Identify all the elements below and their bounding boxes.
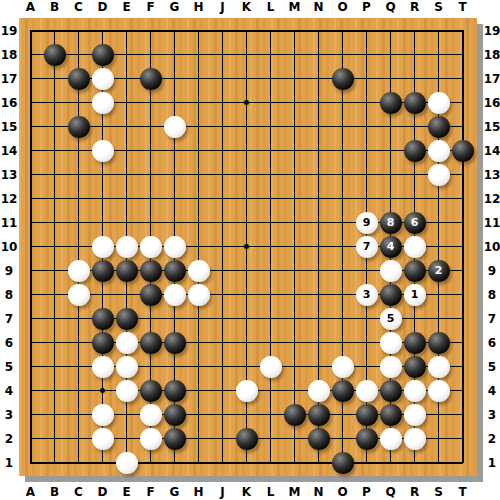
row-label-17-left: 17 (0, 72, 18, 86)
column-label-B: B (44, 485, 66, 499)
white-stone-D16[interactable] (92, 92, 114, 114)
black-stone-R5[interactable] (404, 356, 426, 378)
row-label-4-left: 4 (0, 384, 18, 398)
column-label-L: L (260, 485, 282, 499)
white-stone-L5[interactable] (260, 356, 282, 378)
column-label-N: N (308, 0, 330, 14)
black-stone-S6[interactable] (428, 332, 450, 354)
column-label-Q: Q (380, 485, 402, 499)
go-board[interactable]: 986742315 (19, 18, 477, 476)
star-point-K16 (244, 100, 249, 105)
row-label-19-left: 19 (0, 24, 18, 38)
column-label-O: O (332, 0, 354, 14)
white-stone-S5[interactable] (428, 356, 450, 378)
white-stone-G8[interactable] (164, 284, 186, 306)
black-stone-O4[interactable] (332, 380, 354, 402)
black-stone-Q3[interactable] (380, 404, 402, 426)
grid-line-vertical (462, 30, 464, 463)
white-stone-D5[interactable] (92, 356, 114, 378)
column-label-P: P (356, 485, 378, 499)
white-stone-F2[interactable] (140, 428, 162, 450)
row-label-14-left: 14 (0, 144, 18, 158)
column-label-M: M (284, 485, 306, 499)
column-label-A: A (20, 485, 42, 499)
column-label-O: O (332, 485, 354, 499)
white-stone-C9[interactable] (68, 260, 90, 282)
row-label-3-left: 3 (0, 408, 18, 422)
row-label-15-right: 15 (483, 120, 500, 134)
black-stone-Q4[interactable] (380, 380, 402, 402)
white-stone-Q7-move-5[interactable]: 5 (380, 308, 402, 330)
row-label-5-right: 5 (483, 360, 500, 374)
star-point-D4 (100, 388, 105, 393)
white-stone-E4[interactable] (116, 380, 138, 402)
black-stone-D6[interactable] (92, 332, 114, 354)
row-label-8-right: 8 (483, 288, 500, 302)
column-label-A: A (20, 0, 42, 14)
black-stone-R6[interactable] (404, 332, 426, 354)
row-label-6-left: 6 (0, 336, 18, 350)
row-label-19-right: 19 (483, 24, 500, 38)
row-label-13-left: 13 (0, 168, 18, 182)
black-stone-R11-move-6[interactable]: 6 (404, 212, 426, 234)
black-stone-E9[interactable] (116, 260, 138, 282)
black-stone-D18[interactable] (92, 44, 114, 66)
white-stone-D2[interactable] (92, 428, 114, 450)
row-label-11-right: 11 (483, 216, 500, 230)
white-stone-D3[interactable] (92, 404, 114, 426)
row-label-13-right: 13 (483, 168, 500, 182)
black-stone-K2[interactable] (236, 428, 258, 450)
row-label-11-left: 11 (0, 216, 18, 230)
row-label-4-right: 4 (483, 384, 500, 398)
row-label-12-right: 12 (483, 192, 500, 206)
black-stone-R14[interactable] (404, 140, 426, 162)
white-stone-F10[interactable] (140, 236, 162, 258)
column-label-T: T (452, 0, 474, 14)
column-label-E: E (116, 485, 138, 499)
column-label-H: H (188, 0, 210, 14)
black-stone-P2[interactable] (356, 428, 378, 450)
black-stone-N2[interactable] (308, 428, 330, 450)
white-stone-O5[interactable] (332, 356, 354, 378)
black-stone-C15[interactable] (68, 116, 90, 138)
black-stone-D9[interactable] (92, 260, 114, 282)
column-label-F: F (140, 485, 162, 499)
black-stone-Q8[interactable] (380, 284, 402, 306)
row-label-16-left: 16 (0, 96, 18, 110)
column-label-L: L (260, 0, 282, 14)
white-stone-Q2[interactable] (380, 428, 402, 450)
white-stone-R10[interactable] (404, 236, 426, 258)
white-stone-R2[interactable] (404, 428, 426, 450)
white-stone-Q6[interactable] (380, 332, 402, 354)
column-label-S: S (428, 485, 450, 499)
column-label-H: H (188, 485, 210, 499)
black-stone-D7[interactable] (92, 308, 114, 330)
row-label-9-right: 9 (483, 264, 500, 278)
column-label-M: M (284, 0, 306, 14)
white-stone-S14[interactable] (428, 140, 450, 162)
row-label-2-left: 2 (0, 432, 18, 446)
black-stone-S15[interactable] (428, 116, 450, 138)
row-label-3-right: 3 (483, 408, 500, 422)
row-label-15-left: 15 (0, 120, 18, 134)
column-label-D: D (92, 485, 114, 499)
white-stone-P10-move-7[interactable]: 7 (356, 236, 378, 258)
column-label-K: K (236, 0, 258, 14)
white-stone-G10[interactable] (164, 236, 186, 258)
black-stone-F17[interactable] (140, 68, 162, 90)
white-stone-E10[interactable] (116, 236, 138, 258)
black-stone-B18[interactable] (44, 44, 66, 66)
black-stone-G2[interactable] (164, 428, 186, 450)
grid-line-horizontal (30, 462, 463, 464)
column-label-R: R (404, 485, 426, 499)
black-stone-S9-move-2[interactable]: 2 (428, 260, 450, 282)
black-stone-O1[interactable] (332, 452, 354, 474)
black-stone-Q10-move-4[interactable]: 4 (380, 236, 402, 258)
white-stone-D17[interactable] (92, 68, 114, 90)
black-stone-Q16[interactable] (380, 92, 402, 114)
black-stone-T14[interactable] (452, 140, 474, 162)
white-stone-E6[interactable] (116, 332, 138, 354)
column-label-G: G (164, 485, 186, 499)
column-label-G: G (164, 0, 186, 14)
white-stone-G15[interactable] (164, 116, 186, 138)
column-label-J: J (212, 485, 234, 499)
black-stone-R9[interactable] (404, 260, 426, 282)
column-label-C: C (68, 0, 90, 14)
column-label-K: K (236, 485, 258, 499)
white-stone-R4[interactable] (404, 380, 426, 402)
column-label-F: F (140, 0, 162, 14)
grid-line-vertical (270, 30, 271, 463)
column-label-Q: Q (380, 0, 402, 14)
row-label-12-left: 12 (0, 192, 18, 206)
row-label-1-left: 1 (0, 456, 18, 470)
white-stone-S4[interactable] (428, 380, 450, 402)
black-stone-G6[interactable] (164, 332, 186, 354)
grid-line-vertical (294, 30, 295, 463)
white-stone-Q9[interactable] (380, 260, 402, 282)
white-stone-R8-move-1[interactable]: 1 (404, 284, 426, 306)
black-stone-C17[interactable] (68, 68, 90, 90)
black-stone-F9[interactable] (140, 260, 162, 282)
row-label-17-right: 17 (483, 72, 500, 86)
white-stone-P8-move-3[interactable]: 3 (356, 284, 378, 306)
white-stone-K4[interactable] (236, 380, 258, 402)
white-stone-R3[interactable] (404, 404, 426, 426)
white-stone-D10[interactable] (92, 236, 114, 258)
black-stone-O17[interactable] (332, 68, 354, 90)
white-stone-E1[interactable] (116, 452, 138, 474)
black-stone-P3[interactable] (356, 404, 378, 426)
black-stone-F4[interactable] (140, 380, 162, 402)
black-stone-N3[interactable] (308, 404, 330, 426)
row-label-10-left: 10 (0, 240, 18, 254)
white-stone-S16[interactable] (428, 92, 450, 114)
column-label-J: J (212, 0, 234, 14)
black-stone-G3[interactable] (164, 404, 186, 426)
row-label-10-right: 10 (483, 240, 500, 254)
white-stone-E5[interactable] (116, 356, 138, 378)
row-label-14-right: 14 (483, 144, 500, 158)
white-stone-S13[interactable] (428, 164, 450, 186)
white-stone-H9[interactable] (188, 260, 210, 282)
column-label-C: C (68, 485, 90, 499)
row-label-2-right: 2 (483, 432, 500, 446)
row-label-5-left: 5 (0, 360, 18, 374)
white-stone-C8[interactable] (68, 284, 90, 306)
white-stone-N4[interactable] (308, 380, 330, 402)
black-stone-Q11-move-8[interactable]: 8 (380, 212, 402, 234)
row-label-18-right: 18 (483, 48, 500, 62)
black-stone-F6[interactable] (140, 332, 162, 354)
column-label-E: E (116, 0, 138, 14)
row-label-7-right: 7 (483, 312, 500, 326)
black-stone-G9[interactable] (164, 260, 186, 282)
white-stone-P11-move-9[interactable]: 9 (356, 212, 378, 234)
row-label-7-left: 7 (0, 312, 18, 326)
row-label-16-right: 16 (483, 96, 500, 110)
column-label-P: P (356, 0, 378, 14)
column-label-R: R (404, 0, 426, 14)
white-stone-H8[interactable] (188, 284, 210, 306)
white-stone-F3[interactable] (140, 404, 162, 426)
black-stone-F8[interactable] (140, 284, 162, 306)
white-stone-P4[interactable] (356, 380, 378, 402)
white-stone-D14[interactable] (92, 140, 114, 162)
column-label-T: T (452, 485, 474, 499)
black-stone-R16[interactable] (404, 92, 426, 114)
star-point-K10 (244, 244, 249, 249)
column-label-D: D (92, 0, 114, 14)
row-label-8-left: 8 (0, 288, 18, 302)
row-label-6-right: 6 (483, 336, 500, 350)
row-label-9-left: 9 (0, 264, 18, 278)
column-label-S: S (428, 0, 450, 14)
row-label-1-right: 1 (483, 456, 500, 470)
column-label-B: B (44, 0, 66, 14)
go-diagram: 986742315 ABCDEFGHJKLMNOPQRST ABCDEFGHJK… (0, 0, 500, 500)
column-label-N: N (308, 485, 330, 499)
white-stone-Q5[interactable] (380, 356, 402, 378)
black-stone-G4[interactable] (164, 380, 186, 402)
black-stone-M3[interactable] (284, 404, 306, 426)
black-stone-E7[interactable] (116, 308, 138, 330)
row-label-18-left: 18 (0, 48, 18, 62)
